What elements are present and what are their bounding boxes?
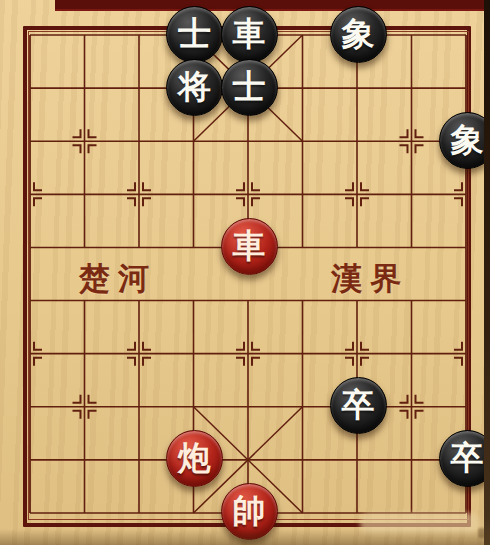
river-label-chu-he: 楚河	[60, 261, 176, 295]
piece-glyph: 卒	[342, 388, 375, 421]
piece-glyph: 炮	[178, 441, 211, 474]
piece-glyph: 卒	[451, 441, 484, 474]
xiangqi-board-screenshot: 楚河 漢界 士車象将士象車卒炮卒帥	[0, 0, 490, 545]
right-edge-strip	[484, 0, 490, 545]
black-elephant-2-piece[interactable]: 象	[439, 112, 490, 169]
piece-glyph: 士	[233, 70, 266, 103]
black-general-piece[interactable]: 将	[166, 59, 223, 116]
black-soldier-1-piece[interactable]: 卒	[330, 377, 387, 434]
piece-glyph: 象	[451, 123, 484, 156]
black-advisor-1-piece[interactable]: 士	[166, 6, 223, 63]
red-cannon-1-piece[interactable]: 炮	[166, 430, 223, 487]
piece-glyph: 車	[233, 229, 266, 262]
black-advisor-2-piece[interactable]: 士	[221, 59, 278, 116]
piece-glyph: 士	[178, 17, 211, 50]
piece-glyph: 車	[233, 17, 266, 50]
piece-glyph: 将	[178, 70, 211, 103]
piece-glyph: 帥	[233, 494, 266, 527]
black-elephant-1-piece[interactable]: 象	[330, 6, 387, 63]
river-label-han-jie: 漢界	[312, 261, 428, 295]
piece-glyph: 象	[342, 17, 375, 50]
bottom-shadow	[0, 529, 490, 545]
black-chariot-1-piece[interactable]: 車	[221, 6, 278, 63]
red-chariot-1-piece[interactable]: 車	[221, 218, 278, 275]
